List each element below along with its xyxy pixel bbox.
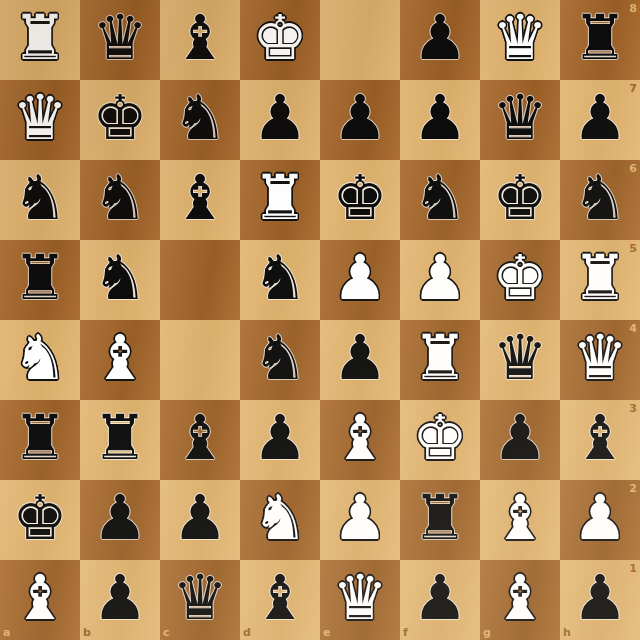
square-e2[interactable]: ♟ — [320, 480, 400, 560]
black-pawn-piece[interactable]: ♟ — [572, 560, 628, 638]
square-g6[interactable]: ♚ — [480, 160, 560, 240]
black-pawn-piece[interactable]: ♟ — [92, 480, 148, 558]
square-d8[interactable]: ♚ — [240, 0, 320, 80]
white-bishop-piece[interactable]: ♝ — [492, 480, 548, 558]
square-g8[interactable]: ♛ — [480, 0, 560, 80]
white-queen-piece[interactable]: ♛ — [332, 560, 388, 638]
white-bishop-piece[interactable]: ♝ — [12, 560, 68, 638]
square-d5[interactable]: ♞ — [240, 240, 320, 320]
square-g3[interactable]: ♟ — [480, 400, 560, 480]
square-a3[interactable]: ♜ — [0, 400, 80, 480]
white-rook-piece[interactable]: ♜ — [412, 320, 468, 398]
white-pawn-piece[interactable]: ♟ — [572, 480, 628, 558]
square-e3[interactable]: ♝ — [320, 400, 400, 480]
square-c2[interactable]: ♟ — [160, 480, 240, 560]
black-pawn-piece[interactable]: ♟ — [412, 560, 468, 638]
square-f3[interactable]: ♚ — [400, 400, 480, 480]
square-a8[interactable]: ♜ — [0, 0, 80, 80]
file-label-g: g — [483, 627, 491, 638]
white-king-piece[interactable]: ♚ — [412, 400, 468, 478]
rank-label-4: 4 — [629, 323, 637, 334]
square-g5[interactable]: ♚ — [480, 240, 560, 320]
black-pawn-piece[interactable]: ♟ — [492, 400, 548, 478]
square-h8[interactable]: ♜8 — [560, 0, 640, 80]
white-bishop-piece[interactable]: ♝ — [332, 400, 388, 478]
rank-label-6: 6 — [629, 163, 637, 174]
square-h6[interactable]: ♞6 — [560, 160, 640, 240]
square-b8[interactable]: ♛ — [80, 0, 160, 80]
file-label-b: b — [83, 627, 91, 638]
white-bishop-piece[interactable]: ♝ — [492, 560, 548, 638]
square-d2[interactable]: ♞ — [240, 480, 320, 560]
square-e5[interactable]: ♟ — [320, 240, 400, 320]
square-c7[interactable]: ♞ — [160, 80, 240, 160]
rank-label-5: 5 — [629, 243, 637, 254]
chess-board: ♜♛♝♚♟♛♜8♛♚♞♟♟♟♛♟7♞♞♝♜♚♞♚♞6♜♞♞♟♟♚♜5♞♝♞♟♜♛… — [0, 0, 640, 640]
black-pawn-piece[interactable]: ♟ — [572, 80, 628, 158]
black-rook-piece[interactable]: ♜ — [412, 480, 468, 558]
white-pawn-piece[interactable]: ♟ — [412, 240, 468, 318]
white-queen-piece[interactable]: ♛ — [492, 0, 548, 78]
black-king-piece[interactable]: ♚ — [492, 160, 548, 238]
black-queen-piece[interactable]: ♛ — [172, 560, 228, 638]
square-b5[interactable]: ♞ — [80, 240, 160, 320]
square-c5[interactable] — [160, 240, 240, 320]
white-rook-piece[interactable]: ♜ — [572, 240, 628, 318]
black-pawn-piece[interactable]: ♟ — [412, 0, 468, 78]
square-d3[interactable]: ♟ — [240, 400, 320, 480]
square-h7[interactable]: ♟7 — [560, 80, 640, 160]
square-g7[interactable]: ♛ — [480, 80, 560, 160]
black-queen-piece[interactable]: ♛ — [92, 0, 148, 78]
square-c3[interactable]: ♝ — [160, 400, 240, 480]
black-bishop-piece[interactable]: ♝ — [252, 560, 308, 638]
square-f1[interactable]: ♟f — [400, 560, 480, 640]
square-e8[interactable] — [320, 0, 400, 80]
black-pawn-piece[interactable]: ♟ — [332, 80, 388, 158]
black-rook-piece[interactable]: ♜ — [92, 400, 148, 478]
white-queen-piece[interactable]: ♛ — [12, 80, 68, 158]
chess-board-container: ♜♛♝♚♟♛♜8♛♚♞♟♟♟♛♟7♞♞♝♜♚♞♚♞6♜♞♞♟♟♚♜5♞♝♞♟♜♛… — [0, 0, 640, 640]
file-label-c: c — [163, 627, 170, 638]
black-pawn-piece[interactable]: ♟ — [252, 400, 308, 478]
file-label-a: a — [3, 627, 10, 638]
square-c8[interactable]: ♝ — [160, 0, 240, 80]
square-f5[interactable]: ♟ — [400, 240, 480, 320]
black-bishop-piece[interactable]: ♝ — [572, 400, 628, 478]
rank-label-3: 3 — [629, 403, 637, 414]
black-pawn-piece[interactable]: ♟ — [412, 80, 468, 158]
white-pawn-piece[interactable]: ♟ — [332, 480, 388, 558]
square-a2[interactable]: ♚ — [0, 480, 80, 560]
square-e1[interactable]: ♛e — [320, 560, 400, 640]
square-h4[interactable]: ♛4 — [560, 320, 640, 400]
square-b7[interactable]: ♚ — [80, 80, 160, 160]
black-knight-piece[interactable]: ♞ — [412, 160, 468, 238]
square-f2[interactable]: ♜ — [400, 480, 480, 560]
black-rook-piece[interactable]: ♜ — [12, 400, 68, 478]
black-knight-piece[interactable]: ♞ — [12, 160, 68, 238]
square-e7[interactable]: ♟ — [320, 80, 400, 160]
square-a1[interactable]: ♝a — [0, 560, 80, 640]
square-c4[interactable] — [160, 320, 240, 400]
square-d7[interactable]: ♟ — [240, 80, 320, 160]
black-knight-piece[interactable]: ♞ — [252, 320, 308, 398]
square-h3[interactable]: ♝3 — [560, 400, 640, 480]
square-f7[interactable]: ♟ — [400, 80, 480, 160]
white-queen-piece[interactable]: ♛ — [572, 320, 628, 398]
rank-label-8: 8 — [629, 3, 637, 14]
square-b6[interactable]: ♞ — [80, 160, 160, 240]
black-rook-piece[interactable]: ♜ — [572, 0, 628, 78]
square-a5[interactable]: ♜ — [0, 240, 80, 320]
black-bishop-piece[interactable]: ♝ — [172, 160, 228, 238]
square-a7[interactable]: ♛ — [0, 80, 80, 160]
square-a4[interactable]: ♞ — [0, 320, 80, 400]
white-pawn-piece[interactable]: ♟ — [332, 240, 388, 318]
square-f8[interactable]: ♟ — [400, 0, 480, 80]
square-b1[interactable]: ♟b — [80, 560, 160, 640]
black-knight-piece[interactable]: ♞ — [172, 80, 228, 158]
square-h1[interactable]: ♟h1 — [560, 560, 640, 640]
black-queen-piece[interactable]: ♛ — [492, 320, 548, 398]
square-a6[interactable]: ♞ — [0, 160, 80, 240]
black-king-piece[interactable]: ♚ — [12, 480, 68, 558]
black-knight-piece[interactable]: ♞ — [92, 240, 148, 318]
square-b2[interactable]: ♟ — [80, 480, 160, 560]
white-king-piece[interactable]: ♚ — [492, 240, 548, 318]
black-knight-piece[interactable]: ♞ — [92, 160, 148, 238]
black-pawn-piece[interactable]: ♟ — [92, 560, 148, 638]
black-queen-piece[interactable]: ♛ — [492, 80, 548, 158]
square-g4[interactable]: ♛ — [480, 320, 560, 400]
square-e6[interactable]: ♚ — [320, 160, 400, 240]
black-rook-piece[interactable]: ♜ — [12, 240, 68, 318]
square-g1[interactable]: ♝g — [480, 560, 560, 640]
square-b4[interactable]: ♝ — [80, 320, 160, 400]
black-pawn-piece[interactable]: ♟ — [252, 80, 308, 158]
square-c1[interactable]: ♛c — [160, 560, 240, 640]
rank-label-2: 2 — [629, 483, 637, 494]
black-knight-piece[interactable]: ♞ — [572, 160, 628, 238]
square-e4[interactable]: ♟ — [320, 320, 400, 400]
file-label-f: f — [403, 627, 408, 638]
file-label-e: e — [323, 627, 330, 638]
square-d1[interactable]: ♝d — [240, 560, 320, 640]
square-c6[interactable]: ♝ — [160, 160, 240, 240]
white-king-piece[interactable]: ♚ — [252, 0, 308, 78]
file-label-d: d — [243, 627, 251, 638]
square-d6[interactable]: ♜ — [240, 160, 320, 240]
square-h5[interactable]: ♜5 — [560, 240, 640, 320]
white-rook-piece[interactable]: ♜ — [252, 160, 308, 238]
black-bishop-piece[interactable]: ♝ — [172, 400, 228, 478]
square-g2[interactable]: ♝ — [480, 480, 560, 560]
black-bishop-piece[interactable]: ♝ — [172, 0, 228, 78]
square-b3[interactable]: ♜ — [80, 400, 160, 480]
square-d4[interactable]: ♞ — [240, 320, 320, 400]
black-pawn-piece[interactable]: ♟ — [332, 320, 388, 398]
square-f6[interactable]: ♞ — [400, 160, 480, 240]
square-f4[interactable]: ♜ — [400, 320, 480, 400]
white-knight-piece[interactable]: ♞ — [12, 320, 68, 398]
black-pawn-piece[interactable]: ♟ — [172, 480, 228, 558]
rank-label-1: 1 — [629, 563, 637, 574]
black-knight-piece[interactable]: ♞ — [252, 240, 308, 318]
rank-label-7: 7 — [629, 83, 637, 94]
white-rook-piece[interactable]: ♜ — [12, 0, 68, 78]
white-bishop-piece[interactable]: ♝ — [92, 320, 148, 398]
file-label-h: h — [563, 627, 571, 638]
square-h2[interactable]: ♟2 — [560, 480, 640, 560]
white-knight-piece[interactable]: ♞ — [252, 480, 308, 558]
black-king-piece[interactable]: ♚ — [332, 160, 388, 238]
black-king-piece[interactable]: ♚ — [92, 80, 148, 158]
